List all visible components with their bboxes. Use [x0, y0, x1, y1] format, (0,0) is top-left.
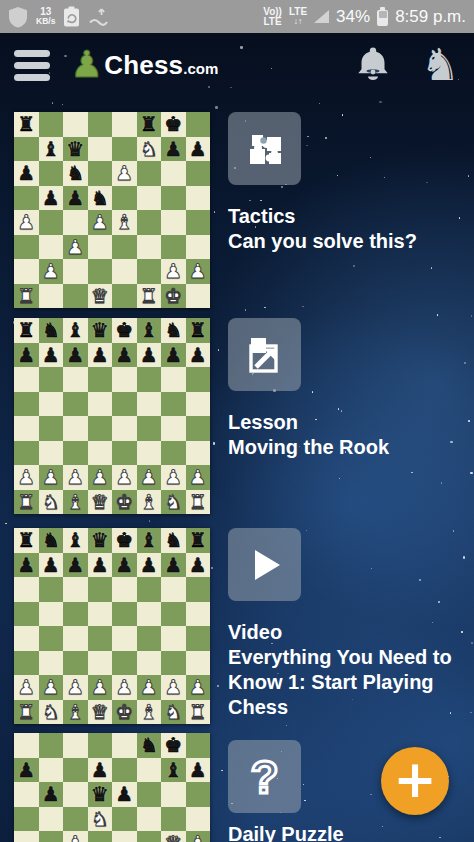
square-g7: ♟ [161, 343, 186, 368]
question-mark-icon: ? [250, 754, 278, 800]
video-title: Video [228, 620, 462, 645]
square-e5 [112, 392, 137, 417]
square-d2: ♟ [88, 465, 113, 490]
white-rook: ♜ [17, 702, 35, 722]
square-d5: ♞ [88, 807, 113, 832]
black-rook: ♜ [17, 320, 35, 340]
square-a5 [14, 602, 39, 627]
white-pawn: ♟ [66, 677, 84, 697]
square-d4 [88, 416, 113, 441]
square-g4 [161, 416, 186, 441]
square-a1: ♜ [14, 700, 39, 725]
square-d6 [88, 367, 113, 392]
white-queen: ♛ [91, 286, 109, 306]
square-a7: ♟ [14, 343, 39, 368]
logo-suffix: .com [183, 60, 218, 77]
black-bishop: ♝ [66, 530, 84, 550]
chesscom-logo[interactable]: ♟ Chess .com [70, 50, 218, 81]
black-queen: ♛ [91, 320, 109, 340]
square-a7: ♟ [14, 553, 39, 578]
square-b4 [39, 416, 64, 441]
square-h1 [186, 284, 211, 309]
square-d7: ♟ [88, 343, 113, 368]
white-pawn: ♟ [66, 467, 84, 487]
square-c5 [63, 602, 88, 627]
app-header: ♟ Chess .com ♞ [0, 33, 474, 97]
menu-icon[interactable] [14, 50, 50, 81]
square-e8 [112, 112, 137, 137]
battery-percent: 34% [336, 7, 370, 27]
tactics-icon-tile[interactable] [228, 112, 301, 185]
square-g5 [161, 807, 186, 832]
video-subtitle: Everything You Need to Know 1: Start Pla… [228, 645, 462, 720]
black-pawn: ♟ [91, 555, 109, 575]
square-b1: ♞ [39, 490, 64, 515]
square-d1: ♛ [88, 284, 113, 309]
black-queen: ♛ [91, 784, 109, 804]
square-g3 [161, 235, 186, 260]
battery-saver-icon [63, 6, 80, 27]
square-c8 [63, 733, 88, 758]
square-c4: ♟ [63, 831, 88, 842]
square-b3 [39, 235, 64, 260]
square-f1: ♜ [137, 284, 162, 309]
square-f8: ♝ [137, 318, 162, 343]
square-a1: ♜ [14, 284, 39, 309]
square-g6 [161, 577, 186, 602]
square-a7: ♟ [14, 758, 39, 783]
square-e7 [112, 758, 137, 783]
square-c3: ♟ [63, 235, 88, 260]
square-c4 [63, 626, 88, 651]
square-h7: ♟ [186, 553, 211, 578]
black-bishop: ♝ [140, 320, 158, 340]
square-e5 [112, 602, 137, 627]
white-king: ♚ [164, 286, 182, 306]
square-f7: ♟ [137, 343, 162, 368]
white-rook: ♜ [140, 286, 158, 306]
square-g8: ♚ [161, 112, 186, 137]
square-e1: ♚ [112, 490, 137, 515]
square-d7 [88, 137, 113, 162]
black-king: ♚ [164, 114, 182, 134]
square-a6 [14, 782, 39, 807]
play-icon [242, 542, 288, 588]
square-d3 [88, 235, 113, 260]
square-h3 [186, 235, 211, 260]
white-pawn: ♟ [140, 467, 158, 487]
white-pawn: ♟ [189, 833, 207, 842]
black-pawn: ♟ [17, 555, 35, 575]
square-c8: ♝ [63, 318, 88, 343]
notifications-bell-icon[interactable] [357, 46, 389, 84]
square-a6: ♟ [14, 161, 39, 186]
black-knight: ♞ [42, 530, 60, 550]
square-a4 [14, 626, 39, 651]
square-d5 [88, 602, 113, 627]
square-d5: ♞ [88, 186, 113, 211]
square-c1: ♝ [63, 700, 88, 725]
square-d8: ♛ [88, 528, 113, 553]
black-pawn: ♟ [42, 188, 60, 208]
square-b8: ♞ [39, 318, 64, 343]
square-h3 [186, 441, 211, 466]
white-pawn: ♟ [42, 261, 60, 281]
square-a2: ♟ [14, 465, 39, 490]
lesson-chess-board[interactable]: ♜♞♝♛♚♝♞♜♟♟♟♟♟♟♟♟♟♟♟♟♟♟♟♟♜♞♝♛♚♝♞♜ [14, 318, 210, 514]
black-rook: ♜ [140, 114, 158, 134]
square-h4 [186, 416, 211, 441]
square-c6 [63, 782, 88, 807]
square-g5 [161, 186, 186, 211]
white-queen: ♛ [91, 492, 109, 512]
square-h7: ♟ [186, 137, 211, 162]
square-b5 [39, 602, 64, 627]
network-speed-unit: KB/s [36, 17, 55, 26]
black-pawn: ♟ [164, 555, 182, 575]
square-h4: ♟ [186, 831, 211, 842]
square-f1: ♝ [137, 490, 162, 515]
white-knight: ♞ [42, 702, 60, 722]
white-knight: ♞ [140, 139, 158, 159]
status-bar: 13 KB/s Vo)) LTE LTE ↓↑ 34% 8:59 p.m. [0, 0, 474, 33]
white-knight: ♞ [164, 702, 182, 722]
black-knight: ♞ [164, 320, 182, 340]
black-knight: ♞ [42, 320, 60, 340]
white-king: ♚ [115, 492, 133, 512]
square-e8 [112, 733, 137, 758]
black-bishop: ♝ [140, 530, 158, 550]
white-pawn: ♟ [42, 467, 60, 487]
black-pawn: ♟ [91, 760, 109, 780]
square-f3 [137, 235, 162, 260]
battery-icon [377, 10, 388, 26]
square-g4 [161, 626, 186, 651]
square-e7: ♟ [112, 343, 137, 368]
square-d6 [88, 161, 113, 186]
black-rook: ♜ [189, 320, 207, 340]
black-pawn: ♟ [189, 345, 207, 365]
black-pawn: ♟ [66, 555, 84, 575]
black-pawn: ♟ [164, 139, 182, 159]
square-a8: ♜ [14, 318, 39, 343]
square-d4 [88, 626, 113, 651]
black-king: ♚ [115, 320, 133, 340]
square-d6: ♛ [88, 782, 113, 807]
square-a5 [14, 392, 39, 417]
square-d2: ♟ [88, 675, 113, 700]
white-pawn: ♟ [17, 212, 35, 232]
square-e6: ♟ [112, 161, 137, 186]
square-f5 [137, 392, 162, 417]
square-e3 [112, 441, 137, 466]
square-g2: ♟ [161, 259, 186, 284]
square-g1: ♚ [161, 284, 186, 309]
square-h6 [186, 782, 211, 807]
square-e2: ♟ [112, 465, 137, 490]
square-b1 [39, 284, 64, 309]
square-b7: ♝ [39, 137, 64, 162]
square-a2: ♟ [14, 675, 39, 700]
square-c7: ♛ [63, 137, 88, 162]
square-c8: ♝ [63, 528, 88, 553]
square-f6 [137, 782, 162, 807]
square-e4 [112, 416, 137, 441]
black-pawn: ♟ [140, 555, 158, 575]
white-pawn: ♟ [189, 467, 207, 487]
square-a4: ♟ [14, 210, 39, 235]
daily-puzzle-chess-board[interactable]: ♞♚♟♟♝♟♟♛♟♞♟♛♟ [14, 733, 210, 842]
square-h7: ♟ [186, 343, 211, 368]
white-rook: ♜ [17, 286, 35, 306]
square-d5 [88, 392, 113, 417]
tactics-subtitle: Can you solve this? [228, 229, 462, 254]
square-e6 [112, 367, 137, 392]
square-f2 [137, 259, 162, 284]
black-pawn: ♟ [17, 345, 35, 365]
white-pawn: ♟ [115, 467, 133, 487]
square-e5 [112, 186, 137, 211]
square-f8: ♝ [137, 528, 162, 553]
clock-time: 8:59 p.m. [395, 7, 466, 27]
square-b4 [39, 831, 64, 842]
square-g3 [161, 441, 186, 466]
tactics-title: Tactics [228, 204, 462, 229]
square-g7: ♟ [161, 553, 186, 578]
white-bishop: ♝ [140, 702, 158, 722]
square-g5 [161, 602, 186, 627]
square-c5 [63, 807, 88, 832]
square-b7 [39, 758, 64, 783]
black-pawn: ♟ [189, 139, 207, 159]
square-c5 [63, 392, 88, 417]
square-b5: ♟ [39, 186, 64, 211]
square-a3 [14, 441, 39, 466]
network-speed: 13 KB/s [36, 7, 55, 26]
black-pawn: ♟ [42, 345, 60, 365]
square-a6 [14, 367, 39, 392]
square-c5: ♟ [63, 186, 88, 211]
square-a2 [14, 259, 39, 284]
pawn-logo-icon: ♟ [70, 50, 103, 80]
tactics-chess-board[interactable]: ♜♜♚♝♛♞♟♟♟♞♟♟♟♞♟♟♝♟♟♟♟♜♛♜♚ [14, 112, 210, 308]
square-a4 [14, 416, 39, 441]
square-c1 [63, 284, 88, 309]
square-e4: ♝ [112, 210, 137, 235]
white-bishop: ♝ [140, 492, 158, 512]
video-chess-board[interactable]: ♜♞♝♛♚♝♞♜♟♟♟♟♟♟♟♟♟♟♟♟♟♟♟♟♜♞♝♛♚♝♞♜ [14, 528, 210, 724]
black-pawn: ♟ [140, 345, 158, 365]
square-f4 [137, 416, 162, 441]
square-a8: ♜ [14, 528, 39, 553]
square-f5 [137, 602, 162, 627]
square-b7: ♟ [39, 553, 64, 578]
tactics-card[interactable]: ♜♜♚♝♛♞♟♟♟♞♟♟♟♞♟♟♝♟♟♟♟♜♛♜♚ Tactics Can yo… [14, 112, 462, 308]
square-g6 [161, 367, 186, 392]
square-b5 [39, 392, 64, 417]
lesson-title: Lesson [228, 410, 462, 435]
square-f3 [137, 651, 162, 676]
square-c6 [63, 367, 88, 392]
square-h2: ♟ [186, 675, 211, 700]
square-h2: ♟ [186, 465, 211, 490]
square-b2: ♟ [39, 465, 64, 490]
white-pawn: ♟ [140, 677, 158, 697]
square-f6 [137, 577, 162, 602]
square-d4: ♟ [88, 210, 113, 235]
square-e2: ♟ [112, 675, 137, 700]
square-b3 [39, 441, 64, 466]
knight-piece-icon[interactable]: ♞ [421, 45, 460, 85]
square-c7: ♟ [63, 553, 88, 578]
white-bishop: ♝ [66, 702, 84, 722]
lesson-subtitle: Moving the Rook [228, 435, 462, 460]
square-h5 [186, 392, 211, 417]
black-queen: ♛ [66, 139, 84, 159]
square-h5 [186, 186, 211, 211]
square-f4 [137, 831, 162, 842]
black-knight: ♞ [140, 735, 158, 755]
lesson-icon-tile[interactable] [228, 318, 301, 391]
black-rook: ♜ [189, 530, 207, 550]
black-pawn: ♟ [42, 555, 60, 575]
square-c4 [63, 210, 88, 235]
square-e4 [112, 626, 137, 651]
white-pawn: ♟ [17, 467, 35, 487]
white-pawn: ♟ [164, 261, 182, 281]
square-g6 [161, 782, 186, 807]
white-pawn: ♟ [164, 677, 182, 697]
square-e1 [112, 284, 137, 309]
square-d4 [88, 831, 113, 842]
lte-arrows-icon: ↓↑ [294, 17, 303, 26]
white-pawn: ♟ [164, 467, 182, 487]
square-d8 [88, 112, 113, 137]
square-g5 [161, 392, 186, 417]
square-e7 [112, 137, 137, 162]
square-f7: ♞ [137, 137, 162, 162]
square-h3 [186, 651, 211, 676]
puzzle-icon [243, 127, 287, 171]
square-h2: ♟ [186, 259, 211, 284]
square-f2: ♟ [137, 675, 162, 700]
square-b4 [39, 626, 64, 651]
white-pawn: ♟ [189, 677, 207, 697]
black-pawn: ♟ [17, 760, 35, 780]
square-h1: ♜ [186, 700, 211, 725]
black-bishop: ♝ [164, 760, 182, 780]
square-h6 [186, 161, 211, 186]
square-h7: ♟ [186, 758, 211, 783]
white-pawn: ♟ [189, 261, 207, 281]
square-h6 [186, 367, 211, 392]
black-queen: ♛ [91, 530, 109, 550]
white-pawn: ♟ [115, 163, 133, 183]
square-c6 [63, 577, 88, 602]
square-b8 [39, 733, 64, 758]
square-b5 [39, 807, 64, 832]
daily-puzzle-title: Daily Puzzle [228, 822, 462, 842]
white-rook: ♜ [17, 492, 35, 512]
black-knight: ♞ [66, 163, 84, 183]
white-bishop: ♝ [115, 212, 133, 232]
square-h8 [186, 112, 211, 137]
square-d1: ♛ [88, 490, 113, 515]
black-bishop: ♝ [66, 320, 84, 340]
white-knight: ♞ [164, 492, 182, 512]
white-pawn: ♟ [91, 677, 109, 697]
square-b2: ♟ [39, 675, 64, 700]
square-e3 [112, 651, 137, 676]
lesson-card[interactable]: ♜♞♝♛♚♝♞♜♟♟♟♟♟♟♟♟♟♟♟♟♟♟♟♟♜♞♝♛♚♝♞♜ Lesson … [14, 318, 462, 514]
white-king: ♚ [115, 702, 133, 722]
square-c7 [63, 758, 88, 783]
square-c4 [63, 416, 88, 441]
square-d7: ♟ [88, 553, 113, 578]
square-e5 [112, 807, 137, 832]
square-h6 [186, 577, 211, 602]
square-a8 [14, 733, 39, 758]
square-b1: ♞ [39, 700, 64, 725]
square-b8: ♞ [39, 528, 64, 553]
volte-top-label: Vo)) [263, 7, 282, 17]
square-c3 [63, 651, 88, 676]
open-diagonal-arrow-icon [243, 333, 287, 377]
daily-puzzle-icon-tile[interactable]: ? [228, 740, 301, 813]
square-h4 [186, 626, 211, 651]
square-h8 [186, 733, 211, 758]
square-d1: ♛ [88, 700, 113, 725]
square-h1: ♜ [186, 490, 211, 515]
square-g7: ♝ [161, 758, 186, 783]
square-e2 [112, 259, 137, 284]
square-b6 [39, 367, 64, 392]
square-g8: ♞ [161, 318, 186, 343]
square-d3 [88, 651, 113, 676]
square-b6: ♟ [39, 782, 64, 807]
video-icon-tile[interactable] [228, 528, 301, 601]
black-pawn: ♟ [189, 555, 207, 575]
white-queen: ♛ [164, 833, 182, 842]
square-c2: ♟ [63, 675, 88, 700]
black-rook: ♜ [17, 530, 35, 550]
white-pawn: ♟ [66, 237, 84, 257]
square-f2: ♟ [137, 465, 162, 490]
square-e6: ♟ [112, 782, 137, 807]
square-e1: ♚ [112, 700, 137, 725]
square-a6 [14, 577, 39, 602]
square-b7: ♟ [39, 343, 64, 368]
square-f3 [137, 441, 162, 466]
square-b6 [39, 577, 64, 602]
shield-icon [8, 6, 28, 28]
black-pawn: ♟ [115, 555, 133, 575]
data-usage-icon [88, 7, 109, 27]
square-g8: ♞ [161, 528, 186, 553]
white-pawn: ♟ [66, 833, 84, 842]
square-d3 [88, 441, 113, 466]
video-card[interactable]: ♜♞♝♛♚♝♞♜♟♟♟♟♟♟♟♟♟♟♟♟♟♟♟♟♜♞♝♛♚♝♞♜ Video E… [14, 528, 462, 724]
black-knight: ♞ [91, 188, 109, 208]
black-pawn: ♟ [189, 760, 207, 780]
square-a3 [14, 235, 39, 260]
black-pawn: ♟ [17, 163, 35, 183]
square-b2: ♟ [39, 259, 64, 284]
volte-bottom-label: LTE [264, 17, 282, 27]
new-game-fab-button[interactable]: + [381, 747, 449, 815]
square-b4 [39, 210, 64, 235]
square-c1: ♝ [63, 490, 88, 515]
